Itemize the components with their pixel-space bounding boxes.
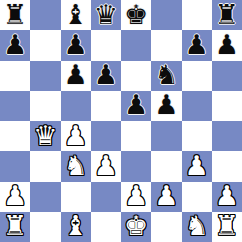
square-f5[interactable]: ♟ (151, 91, 181, 121)
white-rook: ♜ (215, 212, 239, 239)
black-pawn: ♟ (94, 61, 118, 88)
square-e2[interactable]: ♟ (121, 182, 151, 212)
square-e4[interactable] (121, 121, 151, 151)
square-e7[interactable] (121, 30, 151, 60)
black-pawn: ♟ (3, 31, 27, 58)
square-f6[interactable]: ♞ (151, 61, 181, 91)
black-bishop: ♝ (64, 1, 88, 28)
black-pawn: ♟ (185, 31, 209, 58)
black-pawn: ♟ (64, 31, 88, 58)
square-b6[interactable] (30, 61, 60, 91)
black-knight: ♞ (154, 61, 178, 88)
square-d5[interactable] (91, 91, 121, 121)
white-pawn: ♟ (124, 182, 148, 209)
white-king: ♚ (124, 212, 148, 239)
square-c3[interactable]: ♞ (61, 151, 91, 181)
square-e5[interactable]: ♟ (121, 91, 151, 121)
square-g4[interactable] (182, 121, 212, 151)
square-f4[interactable] (151, 121, 181, 151)
square-f3[interactable] (151, 151, 181, 181)
square-g1[interactable]: ♞ (182, 212, 212, 242)
black-queen: ♛ (94, 1, 118, 28)
square-c8[interactable]: ♝ (61, 0, 91, 30)
white-knight: ♞ (64, 152, 88, 179)
square-f7[interactable] (151, 30, 181, 60)
black-rook: ♜ (3, 1, 27, 28)
square-e8[interactable]: ♚ (121, 0, 151, 30)
black-pawn: ♟ (154, 91, 178, 118)
square-b2[interactable] (30, 182, 60, 212)
square-h8[interactable]: ♜ (212, 0, 242, 30)
square-h7[interactable]: ♟ (212, 30, 242, 60)
square-f2[interactable]: ♟ (151, 182, 181, 212)
chess-board: ♜♝♛♚♜♟♟♟♟♟♟♞♟♟♛♟♞♟♟♟♟♟♟♜♝♚♞♜ (0, 0, 242, 242)
square-a5[interactable] (0, 91, 30, 121)
square-e1[interactable]: ♚ (121, 212, 151, 242)
square-b4[interactable]: ♛ (30, 121, 60, 151)
square-g6[interactable] (182, 61, 212, 91)
white-pawn: ♟ (3, 182, 27, 209)
square-a6[interactable] (0, 61, 30, 91)
white-knight: ♞ (185, 212, 209, 239)
square-a7[interactable]: ♟ (0, 30, 30, 60)
square-h1[interactable]: ♜ (212, 212, 242, 242)
square-g5[interactable] (182, 91, 212, 121)
black-pawn: ♟ (64, 61, 88, 88)
square-h6[interactable] (212, 61, 242, 91)
square-c5[interactable] (61, 91, 91, 121)
square-c4[interactable]: ♟ (61, 121, 91, 151)
white-rook: ♜ (3, 212, 27, 239)
square-f8[interactable] (151, 0, 181, 30)
square-g3[interactable]: ♟ (182, 151, 212, 181)
white-pawn: ♟ (215, 182, 239, 209)
square-a4[interactable] (0, 121, 30, 151)
white-bishop: ♝ (64, 212, 88, 239)
square-d8[interactable]: ♛ (91, 0, 121, 30)
square-c2[interactable] (61, 182, 91, 212)
square-d1[interactable] (91, 212, 121, 242)
square-g8[interactable] (182, 0, 212, 30)
square-a3[interactable] (0, 151, 30, 181)
square-g7[interactable]: ♟ (182, 30, 212, 60)
square-h2[interactable]: ♟ (212, 182, 242, 212)
square-c1[interactable]: ♝ (61, 212, 91, 242)
square-b5[interactable] (30, 91, 60, 121)
square-a8[interactable]: ♜ (0, 0, 30, 30)
black-rook: ♜ (215, 1, 239, 28)
square-h3[interactable] (212, 151, 242, 181)
square-d2[interactable] (91, 182, 121, 212)
square-c7[interactable]: ♟ (61, 30, 91, 60)
square-e3[interactable] (121, 151, 151, 181)
square-d6[interactable]: ♟ (91, 61, 121, 91)
square-e6[interactable] (121, 61, 151, 91)
square-b7[interactable] (30, 30, 60, 60)
square-c6[interactable]: ♟ (61, 61, 91, 91)
square-d3[interactable]: ♟ (91, 151, 121, 181)
black-pawn: ♟ (124, 91, 148, 118)
white-queen: ♛ (33, 122, 57, 149)
white-pawn: ♟ (185, 152, 209, 179)
white-pawn: ♟ (94, 152, 118, 179)
square-a1[interactable]: ♜ (0, 212, 30, 242)
square-a2[interactable]: ♟ (0, 182, 30, 212)
square-d4[interactable] (91, 121, 121, 151)
square-f1[interactable] (151, 212, 181, 242)
white-pawn: ♟ (64, 122, 88, 149)
square-h4[interactable] (212, 121, 242, 151)
white-pawn: ♟ (154, 182, 178, 209)
square-h5[interactable] (212, 91, 242, 121)
square-d7[interactable] (91, 30, 121, 60)
square-b8[interactable] (30, 0, 60, 30)
black-king: ♚ (124, 1, 148, 28)
black-pawn: ♟ (215, 31, 239, 58)
square-b3[interactable] (30, 151, 60, 181)
square-g2[interactable] (182, 182, 212, 212)
square-b1[interactable] (30, 212, 60, 242)
